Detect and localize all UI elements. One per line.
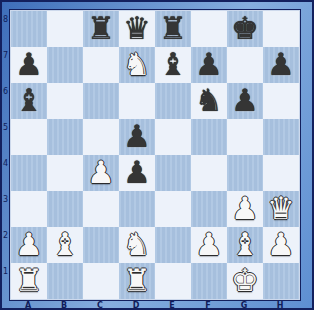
- square-c6[interactable]: [83, 83, 119, 119]
- square-a5[interactable]: [11, 119, 47, 155]
- square-f3[interactable]: [191, 191, 227, 227]
- white-queen[interactable]: ♛: [263, 191, 299, 227]
- square-d8[interactable]: ♛: [119, 11, 155, 47]
- square-e6[interactable]: [155, 83, 191, 119]
- square-h2[interactable]: ♟: [263, 227, 299, 263]
- black-pawn[interactable]: ♟: [119, 155, 155, 191]
- square-a3[interactable]: [11, 191, 47, 227]
- square-f2[interactable]: ♟: [191, 227, 227, 263]
- rank-label-6: 6: [2, 88, 9, 96]
- square-b4[interactable]: [47, 155, 83, 191]
- square-f5[interactable]: [191, 119, 227, 155]
- square-b1[interactable]: [47, 263, 83, 299]
- square-g3[interactable]: ♟: [227, 191, 263, 227]
- board-frame: ♜♛♜♚♟♞♝♟♟♝♞♟♟♟♟♟♛♟♝♞♟♝♟♜♜♚: [9, 9, 301, 301]
- black-pawn[interactable]: ♟: [263, 47, 299, 83]
- white-rook[interactable]: ♜: [119, 263, 155, 299]
- file-label-b: B: [46, 301, 82, 310]
- square-g1[interactable]: ♚: [227, 263, 263, 299]
- square-f1[interactable]: [191, 263, 227, 299]
- file-label-f: F: [190, 301, 226, 310]
- square-b3[interactable]: [47, 191, 83, 227]
- square-c3[interactable]: [83, 191, 119, 227]
- black-pawn[interactable]: ♟: [191, 47, 227, 83]
- square-d4[interactable]: ♟: [119, 155, 155, 191]
- square-g4[interactable]: [227, 155, 263, 191]
- square-e7[interactable]: ♝: [155, 47, 191, 83]
- square-h5[interactable]: [263, 119, 299, 155]
- white-bishop[interactable]: ♝: [47, 227, 83, 263]
- rank-label-4: 4: [2, 160, 9, 168]
- square-h3[interactable]: ♛: [263, 191, 299, 227]
- black-bishop[interactable]: ♝: [155, 47, 191, 83]
- square-g8[interactable]: ♚: [227, 11, 263, 47]
- square-b8[interactable]: [47, 11, 83, 47]
- file-label-a: A: [10, 301, 46, 310]
- square-g7[interactable]: [227, 47, 263, 83]
- white-pawn[interactable]: ♟: [227, 191, 263, 227]
- file-label-e: E: [154, 301, 190, 310]
- square-a4[interactable]: [11, 155, 47, 191]
- black-pawn[interactable]: ♟: [119, 119, 155, 155]
- file-label-h: H: [262, 301, 298, 310]
- file-label-d: D: [118, 301, 154, 310]
- square-d6[interactable]: [119, 83, 155, 119]
- square-a1[interactable]: ♜: [11, 263, 47, 299]
- black-bishop[interactable]: ♝: [11, 83, 47, 119]
- square-b6[interactable]: [47, 83, 83, 119]
- white-pawn[interactable]: ♟: [83, 155, 119, 191]
- chess-board-window: ♜♛♜♚♟♞♝♟♟♝♞♟♟♟♟♟♛♟♝♞♟♝♟♜♜♚ 87654321 ABCD…: [0, 0, 314, 310]
- square-b2[interactable]: ♝: [47, 227, 83, 263]
- square-e1[interactable]: [155, 263, 191, 299]
- file-label-c: C: [82, 301, 118, 310]
- black-rook[interactable]: ♜: [83, 11, 119, 47]
- rank-label-7: 7: [2, 52, 9, 60]
- square-h8[interactable]: [263, 11, 299, 47]
- square-a8[interactable]: [11, 11, 47, 47]
- square-f4[interactable]: [191, 155, 227, 191]
- rank-label-2: 2: [2, 232, 9, 240]
- square-c1[interactable]: [83, 263, 119, 299]
- square-e4[interactable]: [155, 155, 191, 191]
- square-f7[interactable]: ♟: [191, 47, 227, 83]
- square-g6[interactable]: ♟: [227, 83, 263, 119]
- square-c2[interactable]: [83, 227, 119, 263]
- square-h6[interactable]: [263, 83, 299, 119]
- black-pawn[interactable]: ♟: [227, 83, 263, 119]
- square-d1[interactable]: ♜: [119, 263, 155, 299]
- white-knight[interactable]: ♞: [119, 47, 155, 83]
- square-b7[interactable]: [47, 47, 83, 83]
- square-a7[interactable]: ♟: [11, 47, 47, 83]
- white-pawn[interactable]: ♟: [263, 227, 299, 263]
- square-d3[interactable]: [119, 191, 155, 227]
- square-a6[interactable]: ♝: [11, 83, 47, 119]
- chess-board: ♜♛♜♚♟♞♝♟♟♝♞♟♟♟♟♟♛♟♝♞♟♝♟♜♜♚: [10, 10, 300, 300]
- square-h4[interactable]: [263, 155, 299, 191]
- black-queen[interactable]: ♛: [119, 11, 155, 47]
- square-e2[interactable]: [155, 227, 191, 263]
- rank-label-3: 3: [2, 196, 9, 204]
- white-rook[interactable]: ♜: [11, 263, 47, 299]
- black-pawn[interactable]: ♟: [11, 47, 47, 83]
- rank-label-5: 5: [2, 124, 9, 132]
- square-g2[interactable]: ♝: [227, 227, 263, 263]
- black-rook[interactable]: ♜: [155, 11, 191, 47]
- square-h7[interactable]: ♟: [263, 47, 299, 83]
- black-king[interactable]: ♚: [227, 11, 263, 47]
- square-e5[interactable]: [155, 119, 191, 155]
- black-knight[interactable]: ♞: [191, 83, 227, 119]
- square-c7[interactable]: [83, 47, 119, 83]
- square-g5[interactable]: [227, 119, 263, 155]
- square-d5[interactable]: ♟: [119, 119, 155, 155]
- square-e3[interactable]: [155, 191, 191, 227]
- white-bishop[interactable]: ♝: [227, 227, 263, 263]
- square-f8[interactable]: [191, 11, 227, 47]
- square-a2[interactable]: ♟: [11, 227, 47, 263]
- file-label-g: G: [226, 301, 262, 310]
- square-d7[interactable]: ♞: [119, 47, 155, 83]
- square-b5[interactable]: [47, 119, 83, 155]
- square-c8[interactable]: ♜: [83, 11, 119, 47]
- white-king[interactable]: ♚: [227, 263, 263, 299]
- square-d2[interactable]: ♞: [119, 227, 155, 263]
- rank-label-8: 8: [2, 16, 9, 24]
- rank-label-1: 1: [2, 268, 9, 276]
- square-h1[interactable]: [263, 263, 299, 299]
- white-pawn[interactable]: ♟: [11, 227, 47, 263]
- square-c4[interactable]: ♟: [83, 155, 119, 191]
- square-e8[interactable]: ♜: [155, 11, 191, 47]
- square-f6[interactable]: ♞: [191, 83, 227, 119]
- white-knight[interactable]: ♞: [119, 227, 155, 263]
- white-pawn[interactable]: ♟: [191, 227, 227, 263]
- square-c5[interactable]: [83, 119, 119, 155]
